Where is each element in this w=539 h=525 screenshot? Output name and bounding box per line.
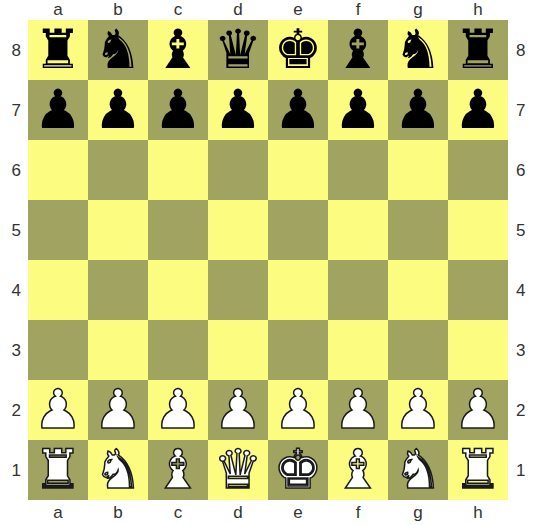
file-label-bottom-h: h bbox=[448, 500, 508, 525]
white-bishop[interactable]: ♝ bbox=[328, 440, 388, 500]
square-h6[interactable] bbox=[448, 140, 508, 200]
square-h5[interactable] bbox=[448, 200, 508, 260]
file-label-bottom-f: f bbox=[328, 500, 388, 525]
square-c1[interactable]: ♝ bbox=[148, 440, 208, 500]
file-label-top-g: g bbox=[388, 0, 448, 20]
square-h7[interactable]: ♟ bbox=[448, 80, 508, 140]
black-knight[interactable]: ♞ bbox=[388, 20, 448, 80]
square-h2[interactable]: ♟ bbox=[448, 380, 508, 440]
black-queen[interactable]: ♛ bbox=[208, 20, 268, 80]
square-g8[interactable]: ♞ bbox=[388, 20, 448, 80]
file-label-top-a: a bbox=[28, 0, 88, 20]
file-label-top-h: h bbox=[448, 0, 508, 20]
white-pawn[interactable]: ♟ bbox=[388, 380, 448, 440]
rank-label-left-6: 6 bbox=[0, 140, 28, 200]
square-e8[interactable]: ♚ bbox=[268, 20, 328, 80]
white-rook[interactable]: ♜ bbox=[448, 440, 508, 500]
corner-bottom-left bbox=[0, 500, 28, 525]
file-label-top-b: b bbox=[88, 0, 148, 20]
file-label-top-d: d bbox=[208, 0, 268, 20]
rank-label-left-7: 7 bbox=[0, 80, 28, 140]
black-pawn[interactable]: ♟ bbox=[208, 80, 268, 140]
white-knight[interactable]: ♞ bbox=[388, 440, 448, 500]
white-bishop[interactable]: ♝ bbox=[148, 440, 208, 500]
corner-top-left bbox=[0, 0, 28, 20]
black-pawn[interactable]: ♟ bbox=[328, 80, 388, 140]
rank-label-left-8: 8 bbox=[0, 20, 28, 80]
square-b2[interactable]: ♟ bbox=[88, 380, 148, 440]
square-a8[interactable]: ♜ bbox=[28, 20, 88, 80]
white-pawn[interactable]: ♟ bbox=[448, 380, 508, 440]
black-pawn[interactable]: ♟ bbox=[268, 80, 328, 140]
square-a7[interactable]: ♟ bbox=[28, 80, 88, 140]
corner-bottom-right bbox=[508, 500, 539, 525]
white-pawn[interactable]: ♟ bbox=[328, 380, 388, 440]
black-pawn[interactable]: ♟ bbox=[28, 80, 88, 140]
square-c2[interactable]: ♟ bbox=[148, 380, 208, 440]
square-d6[interactable] bbox=[208, 140, 268, 200]
rank-label-left-5: 5 bbox=[0, 200, 28, 260]
square-c4[interactable] bbox=[148, 260, 208, 320]
square-d3[interactable] bbox=[208, 320, 268, 380]
square-b3[interactable] bbox=[88, 320, 148, 380]
square-f2[interactable]: ♟ bbox=[328, 380, 388, 440]
square-a4[interactable] bbox=[28, 260, 88, 320]
square-b8[interactable]: ♞ bbox=[88, 20, 148, 80]
white-pawn[interactable]: ♟ bbox=[208, 380, 268, 440]
rank-label-right-6: 6 bbox=[508, 140, 539, 200]
square-d8[interactable]: ♛ bbox=[208, 20, 268, 80]
rank-label-left-3: 3 bbox=[0, 320, 28, 380]
rank-label-right-2: 2 bbox=[508, 380, 539, 440]
square-e3[interactable] bbox=[268, 320, 328, 380]
square-h1[interactable]: ♜ bbox=[448, 440, 508, 500]
black-bishop[interactable]: ♝ bbox=[328, 20, 388, 80]
black-bishop[interactable]: ♝ bbox=[148, 20, 208, 80]
square-b4[interactable] bbox=[88, 260, 148, 320]
square-g1[interactable]: ♞ bbox=[388, 440, 448, 500]
black-pawn[interactable]: ♟ bbox=[448, 80, 508, 140]
square-d5[interactable] bbox=[208, 200, 268, 260]
square-a1[interactable]: ♜ bbox=[28, 440, 88, 500]
square-g5[interactable] bbox=[388, 200, 448, 260]
white-pawn[interactable]: ♟ bbox=[148, 380, 208, 440]
white-king[interactable]: ♚ bbox=[268, 440, 328, 500]
square-f1[interactable]: ♝ bbox=[328, 440, 388, 500]
white-pawn[interactable]: ♟ bbox=[268, 380, 328, 440]
rank-label-right-5: 5 bbox=[508, 200, 539, 260]
square-e2[interactable]: ♟ bbox=[268, 380, 328, 440]
square-f7[interactable]: ♟ bbox=[328, 80, 388, 140]
square-d1[interactable]: ♛ bbox=[208, 440, 268, 500]
square-c5[interactable] bbox=[148, 200, 208, 260]
square-h3[interactable] bbox=[448, 320, 508, 380]
square-e7[interactable]: ♟ bbox=[268, 80, 328, 140]
rank-label-right-8: 8 bbox=[508, 20, 539, 80]
square-b7[interactable]: ♟ bbox=[88, 80, 148, 140]
white-knight[interactable]: ♞ bbox=[88, 440, 148, 500]
black-rook[interactable]: ♜ bbox=[448, 20, 508, 80]
file-label-bottom-d: d bbox=[208, 500, 268, 525]
square-f4[interactable] bbox=[328, 260, 388, 320]
black-rook[interactable]: ♜ bbox=[28, 20, 88, 80]
square-e1[interactable]: ♚ bbox=[268, 440, 328, 500]
file-label-bottom-b: b bbox=[88, 500, 148, 525]
rank-label-right-7: 7 bbox=[508, 80, 539, 140]
rank-label-left-2: 2 bbox=[0, 380, 28, 440]
square-c7[interactable]: ♟ bbox=[148, 80, 208, 140]
black-pawn[interactable]: ♟ bbox=[88, 80, 148, 140]
square-d2[interactable]: ♟ bbox=[208, 380, 268, 440]
square-d4[interactable] bbox=[208, 260, 268, 320]
square-g3[interactable] bbox=[388, 320, 448, 380]
rank-label-right-3: 3 bbox=[508, 320, 539, 380]
square-a6[interactable] bbox=[28, 140, 88, 200]
file-label-bottom-g: g bbox=[388, 500, 448, 525]
square-c3[interactable] bbox=[148, 320, 208, 380]
square-a5[interactable] bbox=[28, 200, 88, 260]
black-pawn[interactable]: ♟ bbox=[388, 80, 448, 140]
square-f3[interactable] bbox=[328, 320, 388, 380]
white-queen[interactable]: ♛ bbox=[208, 440, 268, 500]
square-f5[interactable] bbox=[328, 200, 388, 260]
file-label-top-f: f bbox=[328, 0, 388, 20]
square-d7[interactable]: ♟ bbox=[208, 80, 268, 140]
black-pawn[interactable]: ♟ bbox=[148, 80, 208, 140]
square-f8[interactable]: ♝ bbox=[328, 20, 388, 80]
square-b1[interactable]: ♞ bbox=[88, 440, 148, 500]
black-king[interactable]: ♚ bbox=[268, 20, 328, 80]
rank-label-right-4: 4 bbox=[508, 260, 539, 320]
square-e5[interactable] bbox=[268, 200, 328, 260]
white-rook[interactable]: ♜ bbox=[28, 440, 88, 500]
corner-top-right bbox=[508, 0, 539, 20]
white-pawn[interactable]: ♟ bbox=[88, 380, 148, 440]
rank-label-right-1: 1 bbox=[508, 440, 539, 500]
square-b6[interactable] bbox=[88, 140, 148, 200]
square-b5[interactable] bbox=[88, 200, 148, 260]
square-g2[interactable]: ♟ bbox=[388, 380, 448, 440]
square-h8[interactable]: ♜ bbox=[448, 20, 508, 80]
square-g6[interactable] bbox=[388, 140, 448, 200]
file-label-bottom-e: e bbox=[268, 500, 328, 525]
white-pawn[interactable]: ♟ bbox=[28, 380, 88, 440]
square-h4[interactable] bbox=[448, 260, 508, 320]
chess-board: abcdefgh8♜♞♝♛♚♝♞♜87♟♟♟♟♟♟♟♟7665544332♟♟♟… bbox=[0, 0, 539, 525]
rank-label-left-4: 4 bbox=[0, 260, 28, 320]
square-c8[interactable]: ♝ bbox=[148, 20, 208, 80]
file-label-top-e: e bbox=[268, 0, 328, 20]
square-g4[interactable] bbox=[388, 260, 448, 320]
square-e6[interactable] bbox=[268, 140, 328, 200]
square-e4[interactable] bbox=[268, 260, 328, 320]
square-a3[interactable] bbox=[28, 320, 88, 380]
square-g7[interactable]: ♟ bbox=[388, 80, 448, 140]
file-label-bottom-a: a bbox=[28, 500, 88, 525]
file-label-top-c: c bbox=[148, 0, 208, 20]
rank-label-left-1: 1 bbox=[0, 440, 28, 500]
square-f6[interactable] bbox=[328, 140, 388, 200]
file-label-bottom-c: c bbox=[148, 500, 208, 525]
square-c6[interactable] bbox=[148, 140, 208, 200]
black-knight[interactable]: ♞ bbox=[88, 20, 148, 80]
square-a2[interactable]: ♟ bbox=[28, 380, 88, 440]
